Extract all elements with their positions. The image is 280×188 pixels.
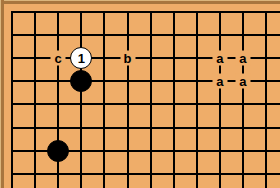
grid-line-v [242,139,244,162]
grid-line-v [11,47,13,70]
grid-line-h [255,150,280,152]
grid-line-v [265,70,267,93]
board-intersection [139,24,162,47]
grid-line-v [219,162,221,188]
go-board: c1baaaa [0,0,280,188]
grid-line-v [127,24,129,47]
board-intersection [116,93,139,116]
grid-line-v [80,24,82,47]
grid-line-v [242,162,244,188]
grid-line-v [219,139,221,162]
board-intersection [47,70,70,93]
grid-line-v [127,162,129,188]
board-intersection [231,93,254,116]
board-intersection [24,139,47,162]
board-intersection [24,162,47,185]
board-intersection [185,47,208,70]
grid-line-h [255,173,280,175]
go-board-grid: c1baaaa [1,1,278,186]
grid-line-v [57,93,59,116]
grid-line-v [34,93,36,116]
board-intersection [208,162,231,185]
grid-line-v [265,24,267,47]
grid-line-v [103,93,105,116]
black-stone [70,70,92,92]
grid-line-v [150,93,152,116]
board-intersection [139,116,162,139]
grid-line-v [11,24,13,47]
grid-line-v [57,24,59,47]
board-intersection [116,70,139,93]
grid-line-v [127,139,129,162]
grid-line-h [255,57,280,59]
board-intersection [139,47,162,70]
grid-line-v [127,70,129,93]
grid-line-v [196,11,198,24]
grid-line-v [103,162,105,188]
grid-line-v [80,162,82,188]
board-intersection [70,162,93,185]
board-intersection [255,162,278,185]
board-intersection [185,139,208,162]
grid-line-v [196,70,198,93]
grid-line-v [34,139,36,162]
board-intersection [93,93,116,116]
white-stone-1: 1 [70,47,92,69]
grid-line-v [80,93,82,116]
grid-line-v [150,162,152,188]
grid-line-v [150,139,152,162]
grid-line-v [173,47,175,70]
board-intersection [162,93,185,116]
grid-line-v [150,11,152,24]
grid-line-v [103,70,105,93]
grid-line-v [173,162,175,188]
black-stone [47,140,69,162]
board-intersection: a [208,47,231,70]
point-label-a: a [212,74,227,89]
grid-line-v [80,139,82,162]
board-intersection [162,116,185,139]
grid-line-v [150,116,152,139]
board-intersection [231,139,254,162]
board-intersection [47,24,70,47]
board-intersection [185,70,208,93]
point-label-b: b [120,51,135,66]
board-intersection [185,24,208,47]
board-intersection [185,162,208,185]
grid-line-v [219,11,221,24]
grid-line-v [219,116,221,139]
grid-line-v [150,47,152,70]
grid-line-v [173,139,175,162]
board-intersection [47,162,70,185]
grid-line-v [196,116,198,139]
board-intersection [93,47,116,70]
grid-line-v [57,70,59,93]
grid-line-v [196,47,198,70]
grid-line-v [80,11,82,24]
board-intersection [70,70,93,93]
grid-line-v [173,24,175,47]
grid-line-v [103,116,105,139]
board-intersection: b [116,47,139,70]
board-intersection [208,24,231,47]
point-label-c: c [51,51,66,66]
grid-line-v [242,24,244,47]
grid-line-v [196,139,198,162]
grid-line-h [255,80,280,82]
board-intersection [93,24,116,47]
grid-line-v [173,11,175,24]
board-intersection: a [231,47,254,70]
grid-line-v [11,70,13,93]
board-intersection [185,93,208,116]
grid-line-v [11,93,13,116]
board-intersection [116,139,139,162]
grid-line-v [57,116,59,139]
board-intersection: c [47,47,70,70]
grid-line-v [265,11,267,24]
grid-line-v [103,47,105,70]
point-label-a: a [212,51,227,66]
board-intersection [162,47,185,70]
board-edge-left [0,0,4,188]
board-intersection [185,116,208,139]
board-intersection [70,24,93,47]
board-intersection [24,47,47,70]
board-intersection [70,116,93,139]
grid-line-v [103,11,105,24]
board-intersection [116,116,139,139]
board-intersection [70,93,93,116]
grid-line-v [57,162,59,188]
grid-line-v [103,139,105,162]
board-intersection [162,24,185,47]
board-intersection [255,47,278,70]
grid-line-v [242,116,244,139]
board-intersection [93,116,116,139]
board-intersection [47,116,70,139]
grid-line-v [80,116,82,139]
board-intersection [255,70,278,93]
board-intersection [231,116,254,139]
grid-line-v [196,93,198,116]
board-intersection [116,162,139,185]
grid-line-v [34,24,36,47]
grid-line-h [255,127,280,129]
grid-line-v [265,93,267,116]
grid-line-v [127,93,129,116]
grid-line-v [196,162,198,188]
board-intersection [255,139,278,162]
board-intersection: a [231,70,254,93]
grid-line-v [57,11,59,24]
grid-line-h [255,103,280,105]
board-intersection [162,139,185,162]
board-intersection [139,70,162,93]
grid-line-v [242,11,244,24]
board-intersection [24,24,47,47]
board-intersection [24,116,47,139]
grid-line-v [127,11,129,24]
grid-line-v [34,116,36,139]
grid-line-v [219,24,221,47]
board-intersection [208,93,231,116]
grid-line-v [173,93,175,116]
board-intersection [24,70,47,93]
board-intersection [255,24,278,47]
grid-line-v [265,139,267,162]
board-intersection [47,139,70,162]
board-intersection [208,116,231,139]
board-intersection [93,70,116,93]
grid-line-v [150,24,152,47]
board-intersection [162,70,185,93]
board-intersection: a [208,70,231,93]
board-intersection [139,162,162,185]
grid-line-v [34,11,36,24]
grid-line-v [11,116,13,139]
grid-line-v [34,70,36,93]
board-intersection [24,93,47,116]
grid-line-h [255,34,280,36]
grid-line-h [255,11,280,13]
board-intersection [231,24,254,47]
grid-line-v [265,162,267,188]
board-intersection [116,24,139,47]
grid-line-v [11,139,13,162]
grid-line-v [11,11,13,24]
grid-line-v [34,47,36,70]
board-intersection [162,162,185,185]
grid-line-v [173,70,175,93]
board-intersection [70,139,93,162]
grid-line-v [127,116,129,139]
point-label-a: a [235,74,250,89]
point-label-a: a [235,51,250,66]
grid-line-v [242,93,244,116]
board-intersection: 1 [70,47,93,70]
grid-line-v [11,162,13,188]
board-intersection [255,93,278,116]
grid-line-v [196,24,198,47]
board-intersection [93,162,116,185]
grid-line-v [265,116,267,139]
board-intersection [139,93,162,116]
grid-line-v [173,116,175,139]
board-intersection [255,116,278,139]
grid-line-v [103,24,105,47]
board-intersection [93,139,116,162]
grid-line-v [219,93,221,116]
board-intersection [139,139,162,162]
grid-line-v [150,70,152,93]
board-intersection [231,162,254,185]
board-intersection [208,139,231,162]
grid-line-v [34,162,36,188]
board-intersection [47,93,70,116]
board-edge-top [0,0,280,4]
grid-line-v [265,47,267,70]
